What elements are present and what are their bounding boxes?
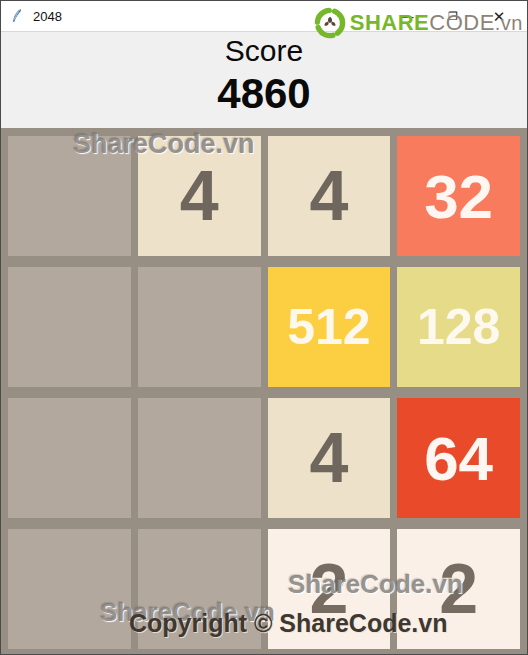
tile-r3c2 (138, 398, 261, 518)
tile-r2c3: 512 (268, 267, 391, 387)
score-panel: Score 4860 (1, 31, 527, 128)
score-label: Score (225, 34, 303, 68)
tile-r2c1 (8, 267, 131, 387)
tile-r4c4: 2 (397, 529, 520, 649)
tile-r3c1 (8, 398, 131, 518)
tile-r4c1 (8, 529, 131, 649)
tile-r1c1 (8, 136, 131, 256)
title-bar: 2048 — ❐ ✕ (1, 1, 527, 31)
close-button[interactable]: ✕ (483, 1, 515, 31)
game-board[interactable]: 443251212846422 (1, 128, 527, 655)
tile-r4c2 (138, 529, 261, 649)
tile-r3c4: 64 (397, 398, 520, 518)
tile-r3c3: 4 (268, 398, 391, 518)
tile-r2c2 (138, 267, 261, 387)
tk-feather-icon (9, 8, 25, 24)
maximize-button[interactable]: ❐ (437, 1, 469, 31)
minimize-button[interactable]: — (391, 1, 423, 31)
tile-r2c4: 128 (397, 267, 520, 387)
tile-r4c3: 2 (268, 529, 391, 649)
tile-r1c2: 4 (138, 136, 261, 256)
app-window: 2048 — ❐ ✕ SHARECODE.vn Score 4860 44325… (0, 0, 528, 655)
tile-r1c3: 4 (268, 136, 391, 256)
window-title: 2048 (33, 9, 62, 24)
score-value: 4860 (217, 70, 310, 118)
tile-r1c4: 32 (397, 136, 520, 256)
